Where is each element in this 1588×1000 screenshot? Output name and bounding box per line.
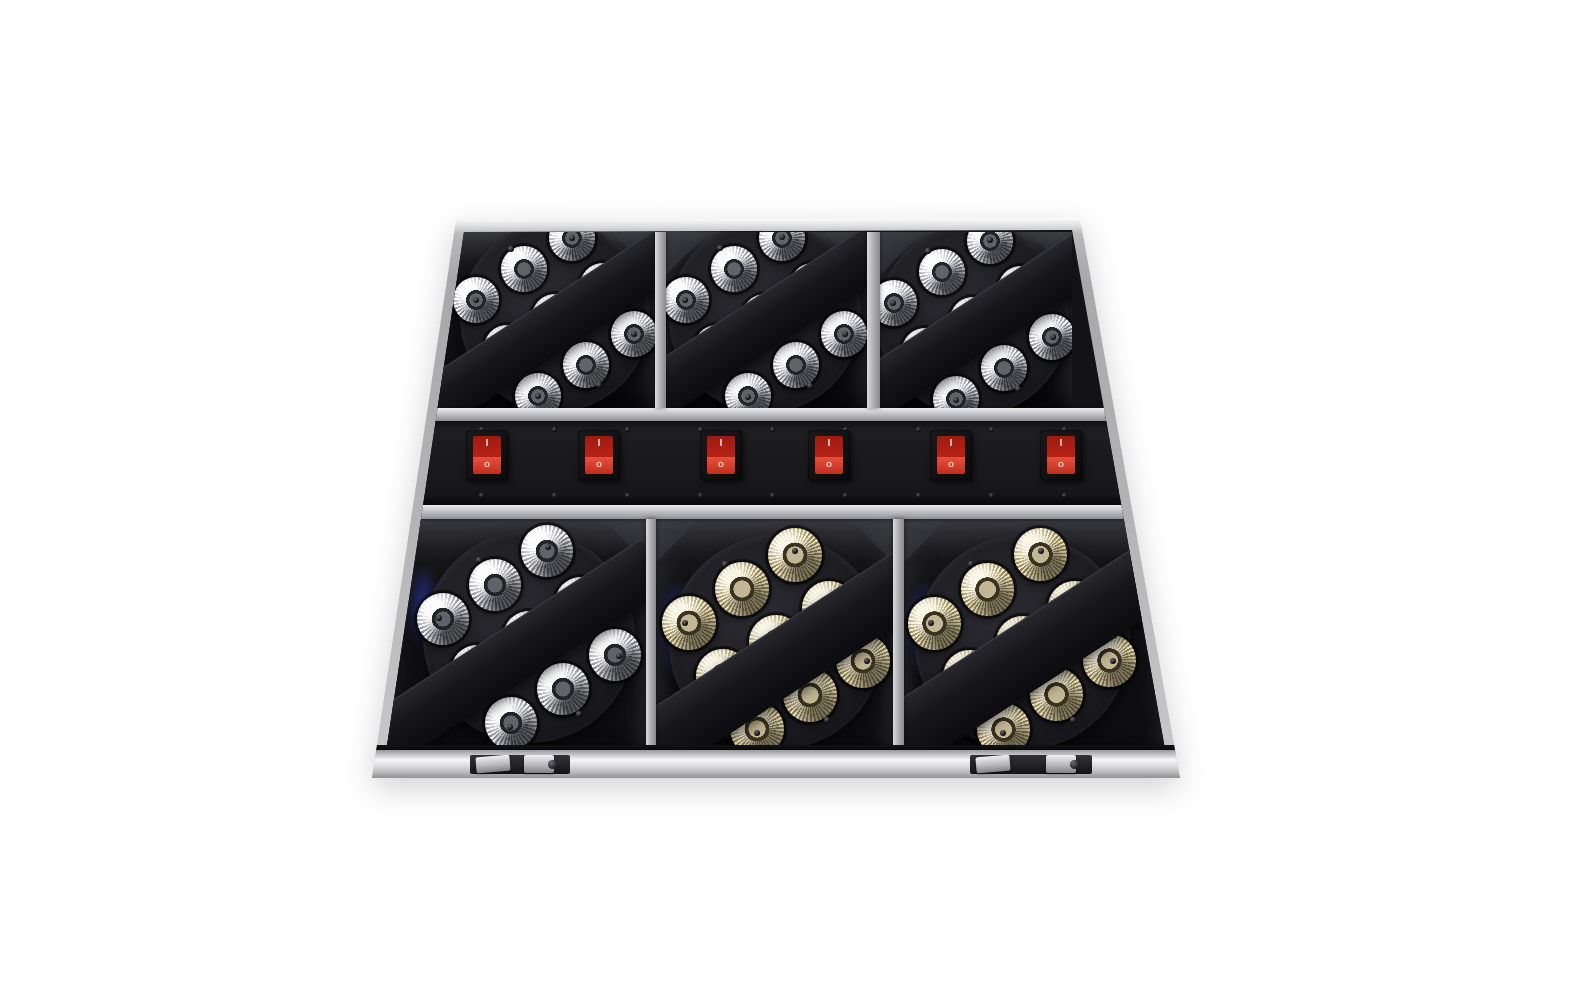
- fixture-screw: [576, 711, 582, 717]
- panel-screw: [479, 493, 484, 498]
- led-par-fixture-top-right: [880, 232, 1069, 408]
- rocker-5[interactable]: IO: [937, 436, 965, 474]
- led-lens-bottom-right-3: [1014, 528, 1067, 581]
- panel-screw: [625, 493, 630, 498]
- switch-off-mark: O: [815, 461, 843, 469]
- panel-screw: [989, 427, 994, 432]
- led-lens-top-left-2: [501, 246, 547, 292]
- fixture-screw: [807, 383, 813, 389]
- rocker-6[interactable]: IO: [1047, 436, 1075, 474]
- panel-screw: [1062, 493, 1067, 498]
- fixture-screw: [722, 561, 728, 567]
- divider-rail-bottom: [372, 505, 1180, 519]
- power-switch-6[interactable]: IO: [1040, 430, 1082, 480]
- switch-on-mark: I: [937, 440, 965, 448]
- rocker-1[interactable]: IO: [473, 436, 501, 474]
- fixture-screw: [596, 382, 602, 388]
- switch-off-mark: O: [937, 461, 965, 469]
- compartment-divider-1: [655, 232, 666, 408]
- led-lens-bottom-left-8: [537, 663, 589, 715]
- fixture-screw: [473, 297, 479, 303]
- switch-off-mark: O: [473, 461, 501, 469]
- switch-on-mark: I: [815, 440, 843, 448]
- power-switch-1[interactable]: IO: [466, 430, 508, 480]
- fixture-screw: [890, 300, 896, 306]
- led-lens-top-right-1: [880, 280, 917, 326]
- divider-rail-top: [372, 408, 1180, 421]
- fixture-screw: [508, 246, 514, 252]
- fixture-screw: [569, 235, 575, 241]
- fixture-screw: [779, 234, 785, 240]
- power-switch-4[interactable]: IO: [808, 430, 850, 480]
- led-par-fixture-bottom-right: [915, 535, 1130, 750]
- rocker-2[interactable]: IO: [585, 436, 613, 474]
- panel-screw: [770, 427, 775, 432]
- led-lens-bottom-center-2: [715, 562, 769, 616]
- compartment-top-right: [880, 232, 1072, 408]
- led-lens-bottom-center-3: [768, 528, 822, 582]
- panel-screw: [406, 427, 411, 432]
- compartment-divider-3: [646, 519, 656, 758]
- led-par-fixture-bottom-left: [423, 531, 635, 743]
- switch-off-mark: O: [707, 461, 735, 469]
- compartment-bottom-center: [656, 519, 893, 758]
- compartment-divider-2: [867, 232, 880, 408]
- led-lens-top-left-7: [515, 373, 561, 408]
- led-lens-bottom-left-7: [485, 697, 537, 749]
- compartment-divider-4: [893, 519, 904, 758]
- fixture-screw: [436, 615, 442, 621]
- switch-on-mark: I: [473, 440, 501, 448]
- panel-screw: [552, 493, 557, 498]
- switch-on-mark: I: [707, 440, 735, 448]
- panel-screw: [916, 427, 921, 432]
- compartment-top-center: [666, 232, 867, 408]
- led-lens-bottom-center-1: [662, 596, 716, 650]
- led-par-fixture-top-left: [460, 232, 650, 408]
- case-interior: IOIOIOIOIOIO: [372, 218, 1180, 778]
- product-photo-scene: IOIOIOIOIOIO: [0, 0, 1588, 1000]
- fixture-screw: [507, 724, 513, 730]
- fixture-screw: [476, 557, 482, 563]
- panel-screw: [698, 493, 703, 498]
- fixture-screw: [1070, 717, 1076, 723]
- led-lens-top-center-8: [773, 342, 819, 388]
- fixture-screw: [824, 717, 830, 723]
- fixture-screw: [987, 237, 993, 243]
- panel-screw: [406, 493, 411, 498]
- led-lens-bottom-right-2: [961, 563, 1014, 616]
- led-lens-top-center-2: [711, 246, 757, 292]
- led-lens-top-center-7: [725, 373, 771, 408]
- panel-screw: [770, 493, 775, 498]
- power-switch-3[interactable]: IO: [700, 430, 742, 480]
- fixture-screw: [682, 297, 688, 303]
- compartment-bottom-left: [385, 519, 646, 758]
- switch-off-mark: O: [1047, 461, 1075, 469]
- fixture-screw: [1015, 386, 1021, 392]
- led-par-fixture-bottom-center: [669, 535, 884, 750]
- rocker-4[interactable]: IO: [815, 436, 843, 474]
- led-lens-top-right-8: [981, 345, 1027, 391]
- switch-off-mark: O: [585, 461, 613, 469]
- fixture-screw: [968, 561, 974, 567]
- led-lens-bottom-left-3: [521, 525, 573, 577]
- fixture-screw: [682, 620, 688, 626]
- panel-screw: [843, 493, 848, 498]
- led-par-fixture-top-center: [669, 232, 861, 408]
- fixture-screw: [928, 620, 934, 626]
- led-lens-bottom-left-1: [417, 593, 469, 645]
- panel-screw: [625, 427, 630, 432]
- flight-case: IOIOIOIOIOIO: [372, 218, 1180, 778]
- switch-on-mark: I: [1047, 440, 1075, 448]
- power-switch-5[interactable]: IO: [930, 430, 972, 480]
- panel-screw: [989, 493, 994, 498]
- compartment-bottom-right: [904, 519, 1167, 758]
- panel-screw: [916, 493, 921, 498]
- led-lens-bottom-left-9: [589, 629, 641, 681]
- led-lens-top-right-2: [919, 249, 965, 295]
- power-switch-2[interactable]: IO: [578, 430, 620, 480]
- led-lens-bottom-left-2: [469, 559, 521, 611]
- rocker-3[interactable]: IO: [707, 436, 735, 474]
- panel-screw: [552, 427, 557, 432]
- power-switch-panel: IOIOIOIOIOIO: [372, 421, 1180, 505]
- led-lens-bottom-right-1: [908, 597, 961, 650]
- switch-on-mark: I: [585, 440, 613, 448]
- led-lens-top-left-8: [563, 342, 609, 388]
- compartment-top-left: [384, 232, 655, 408]
